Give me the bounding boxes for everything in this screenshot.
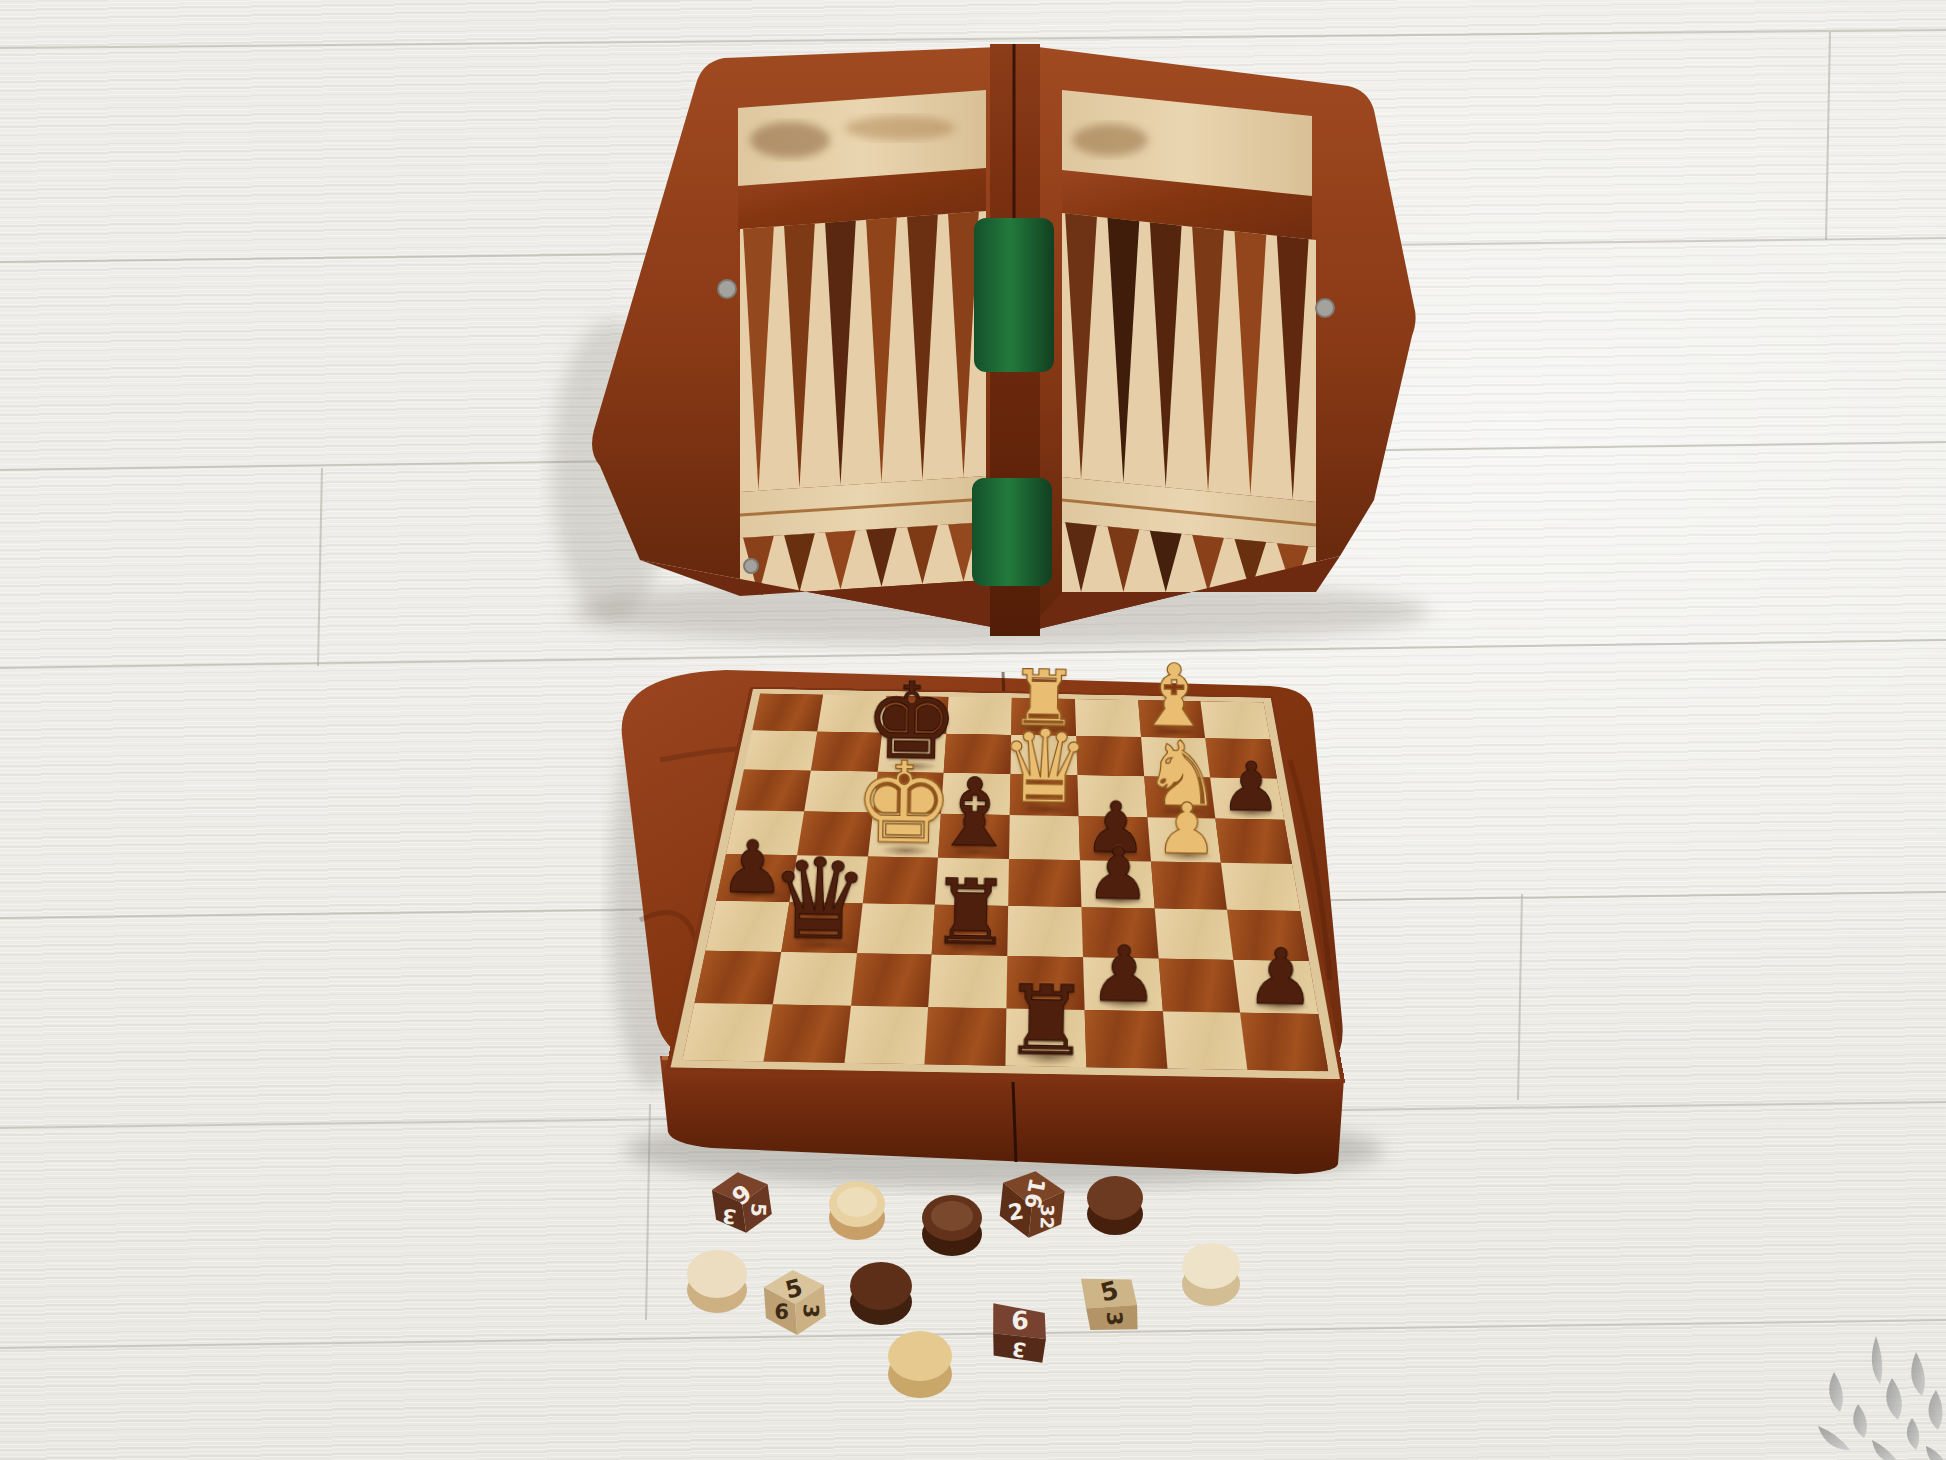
square-g8[interactable] [1162, 1011, 1247, 1069]
square-c4[interactable]: ♚ [868, 813, 942, 858]
square-c8[interactable] [844, 1006, 928, 1064]
square-g7[interactable] [1158, 958, 1240, 1013]
checker-light[interactable] [1182, 1243, 1240, 1306]
square-d7[interactable] [928, 954, 1007, 1009]
square-e4[interactable] [1009, 815, 1080, 860]
square-d8[interactable] [925, 1007, 1007, 1065]
piece-black-pawn-h7[interactable]: ♟ [1245, 938, 1316, 1016]
square-a2[interactable] [744, 730, 817, 770]
square-d6[interactable]: ♜ [932, 904, 1008, 955]
square-a3[interactable] [735, 769, 810, 811]
magnet [718, 280, 736, 298]
felt-wrap-upper [974, 218, 1054, 372]
die-dark-bottom[interactable]: 6 3 [989, 1303, 1048, 1364]
checker-dark[interactable] [922, 1195, 982, 1256]
felt-wrap-lower [972, 478, 1052, 586]
scene: 6 3 5 16 2 32 5 6 3 5 3 [0, 0, 1946, 1460]
square-h5[interactable] [1221, 863, 1300, 911]
magnet [1316, 299, 1334, 317]
square-c7[interactable] [850, 953, 931, 1007]
svg-text:6: 6 [1011, 1306, 1029, 1335]
square-b7[interactable] [772, 952, 856, 1006]
square-g6[interactable] [1154, 908, 1233, 959]
svg-text:3: 3 [798, 1303, 822, 1318]
checker-dark[interactable] [1087, 1176, 1143, 1235]
square-e3[interactable]: ♛ [1010, 774, 1079, 817]
backgammon-right-panel [1026, 46, 1416, 632]
piece-black-rook-d6[interactable]: ♜ [929, 867, 1011, 958]
checker-light[interactable] [829, 1181, 885, 1240]
square-h3[interactable]: ♟ [1210, 777, 1284, 820]
square-d4[interactable]: ♝ [938, 814, 1010, 859]
square-b8[interactable] [763, 1005, 850, 1063]
square-h4[interactable] [1216, 819, 1292, 864]
svg-text:6: 6 [774, 1300, 789, 1324]
square-h7[interactable]: ♟ [1234, 959, 1319, 1014]
svg-text:5: 5 [746, 1203, 770, 1218]
checker-dark[interactable] [850, 1262, 912, 1325]
square-b6[interactable]: ♛ [781, 902, 862, 953]
svg-text:3: 3 [1102, 1310, 1127, 1326]
checker-light[interactable] [687, 1250, 747, 1313]
square-g4[interactable]: ♟ [1147, 817, 1221, 862]
square-h8[interactable] [1240, 1013, 1328, 1072]
square-e8[interactable]: ♜ [1005, 1009, 1086, 1067]
square-f5[interactable]: ♟ [1080, 860, 1154, 908]
magnet [744, 559, 758, 573]
square-e5[interactable] [1008, 859, 1081, 907]
square-e6[interactable] [1007, 906, 1082, 957]
square-g5[interactable] [1150, 861, 1227, 909]
piece-white-pawn-g4[interactable]: ♟ [1155, 793, 1219, 864]
square-f7[interactable]: ♟ [1083, 957, 1163, 1012]
watermark-logo [1818, 1336, 1946, 1460]
svg-text:3: 3 [721, 1204, 738, 1230]
die-light-right[interactable]: 5 3 [1081, 1273, 1140, 1334]
square-a1[interactable] [752, 693, 823, 731]
die-light-left[interactable]: 5 6 3 [763, 1268, 827, 1337]
piece-black-pawn-h3[interactable]: ♟ [1220, 753, 1282, 822]
chess-board: ♜♝♚♛♞♟♚♝♟♟♟♟♛♜♟♟♜ [682, 693, 1328, 1071]
square-c5[interactable] [862, 857, 938, 905]
chess-grid: ♜♝♚♛♞♟♚♝♟♟♟♟♛♜♟♟♜ [682, 693, 1328, 1071]
square-f8[interactable] [1084, 1010, 1167, 1068]
square-a7[interactable] [694, 950, 781, 1004]
piece-black-pawn-f7[interactable]: ♟ [1089, 935, 1160, 1013]
piece-black-rook-e8[interactable]: ♜ [1003, 972, 1091, 1070]
piece-black-queen-b6[interactable]: ♛ [769, 843, 870, 956]
checker-light[interactable] [888, 1331, 952, 1398]
svg-text:32: 32 [1037, 1204, 1058, 1229]
piece-black-pawn-f5[interactable]: ♟ [1085, 837, 1151, 910]
piece-black-bishop-d4[interactable]: ♝ [931, 765, 1017, 861]
square-a8[interactable] [682, 1003, 772, 1061]
